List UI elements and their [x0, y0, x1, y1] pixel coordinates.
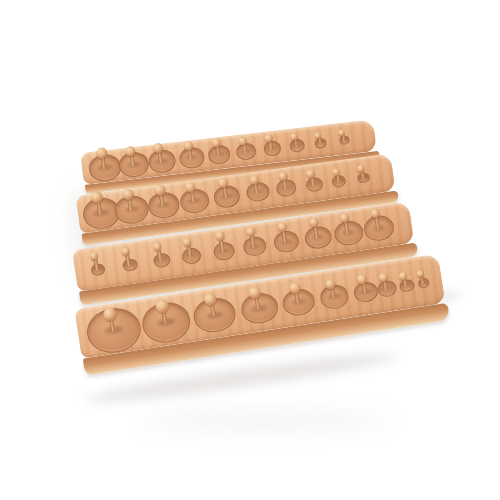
knob-stem	[158, 151, 163, 162]
knob-shadow	[155, 158, 169, 165]
knob-stem	[313, 225, 318, 238]
knob-shadow	[220, 192, 234, 199]
knob-stem	[157, 249, 162, 261]
cylinder-top	[178, 146, 205, 170]
knob-stem	[96, 202, 102, 215]
cylinder-top	[118, 151, 151, 179]
product-photo	[0, 0, 500, 500]
knob-shadow	[308, 181, 319, 186]
cylinder-top	[362, 214, 395, 243]
cylinder-top	[263, 141, 282, 157]
cylinder-top	[339, 135, 350, 145]
knob-ball	[217, 177, 228, 188]
knob-ball	[290, 133, 298, 141]
knob-stem	[210, 304, 216, 317]
knob-ball	[314, 132, 321, 139]
cylinder-top	[357, 172, 370, 184]
cylinder-top	[146, 190, 180, 220]
knob-shadow	[292, 143, 302, 148]
cylinder-top	[303, 224, 333, 250]
knob-ball	[264, 134, 273, 143]
knob-ball	[153, 184, 165, 196]
knob-stem	[216, 146, 221, 156]
knob-shadow	[92, 266, 103, 272]
knob-stem	[375, 217, 380, 230]
knob-ball	[211, 138, 221, 148]
knob-stem	[254, 297, 260, 310]
cylinder-top	[84, 304, 144, 356]
knob-shadow	[316, 140, 324, 144]
knob-ball	[214, 231, 224, 241]
knob-shadow	[217, 248, 230, 254]
cylinder-top	[147, 149, 176, 174]
cylinder-top	[353, 280, 380, 303]
knob-ball	[378, 273, 388, 283]
knob-ball	[153, 242, 162, 251]
knob-stem	[94, 259, 99, 271]
knob-stem	[344, 221, 349, 234]
cylinder-top	[275, 179, 297, 198]
knob-stem	[188, 149, 193, 159]
knob-stem	[293, 139, 297, 147]
knob-shadow	[359, 175, 369, 180]
knob-ball	[370, 208, 380, 218]
knob-ball	[249, 175, 259, 185]
knob-ball	[102, 307, 117, 322]
cylinder-top	[180, 247, 201, 266]
knob-ball	[183, 238, 192, 247]
knob-ball	[203, 293, 217, 307]
knob-shadow	[334, 178, 344, 183]
knob-ball	[121, 188, 133, 200]
knob-shadow	[156, 201, 171, 208]
knob-ball	[238, 137, 247, 146]
knob-stem	[187, 245, 192, 257]
knob-shadow	[97, 164, 112, 171]
knob-shadow	[206, 311, 223, 319]
knob-ball	[308, 217, 318, 227]
cylinder-top	[90, 263, 106, 277]
knob-ball	[306, 169, 315, 178]
knob-ball	[338, 129, 345, 136]
knob-shadow	[105, 326, 123, 335]
cylinder-top	[140, 299, 193, 346]
knob-shadow	[373, 225, 386, 231]
knob-stem	[250, 235, 255, 248]
cylinder-top	[191, 295, 238, 336]
knob-stem	[109, 319, 116, 332]
knob-stem	[161, 311, 168, 324]
cylinder-top	[152, 252, 171, 269]
knob-ball	[278, 171, 288, 181]
knob-ball	[245, 227, 255, 237]
knob-shadow	[240, 148, 251, 153]
knob-ball	[95, 147, 107, 159]
cylinder-top	[272, 230, 300, 254]
knob-shadow	[93, 209, 110, 217]
cylinder-top	[235, 142, 257, 161]
cylinder-top	[398, 278, 415, 293]
knob-shadow	[251, 304, 268, 312]
knob-shadow	[187, 197, 201, 204]
knob-stem	[254, 183, 259, 193]
knob-stem	[383, 281, 388, 290]
knob-stem	[159, 194, 165, 206]
knob-ball	[325, 279, 336, 290]
cylinder-top	[376, 279, 397, 298]
knob-ball	[332, 168, 340, 176]
knob-ball	[125, 145, 136, 156]
knob-stem	[282, 230, 287, 243]
knob-ball	[288, 282, 301, 295]
knob-stem	[223, 186, 228, 197]
knob-shadow	[340, 138, 348, 142]
knob-ball	[185, 182, 196, 193]
knob-stem	[360, 171, 364, 179]
cylinder-top	[417, 278, 429, 289]
knob-ball	[416, 270, 424, 278]
knob-ball	[154, 299, 169, 314]
knob-ball	[89, 251, 98, 260]
cylinder-top	[121, 258, 138, 273]
knob-shadow	[342, 229, 355, 235]
knob-stem	[126, 254, 131, 266]
knob-ball	[356, 274, 367, 285]
knob-ball	[183, 141, 193, 151]
cylinder-top	[212, 184, 241, 209]
knob-stem	[341, 134, 345, 141]
cylinder-top	[242, 236, 268, 258]
knob-shadow	[311, 234, 324, 240]
knob-stem	[101, 157, 107, 169]
knob-stem	[243, 144, 247, 153]
knob-stem	[190, 191, 195, 202]
knob-shadow	[248, 243, 261, 249]
knob-stem	[362, 283, 367, 293]
cast-shadow	[140, 412, 390, 430]
cylinder-top	[289, 139, 305, 153]
knob-stem	[282, 179, 287, 189]
cylinder-top	[245, 181, 270, 203]
knob-ball	[356, 165, 364, 173]
knob-shadow	[127, 161, 141, 168]
cylinder-top	[305, 176, 324, 192]
knob-shadow	[157, 318, 175, 327]
knob-stem	[403, 279, 407, 287]
knob-shadow	[124, 205, 139, 212]
cylinder-top	[239, 290, 280, 326]
cylinder-top	[281, 287, 317, 318]
cylinder-top	[81, 196, 122, 231]
cylinder-top	[113, 193, 151, 226]
knob-ball	[153, 142, 164, 153]
knob-shadow	[401, 282, 412, 288]
cylinder-top	[332, 219, 364, 247]
knob-stem	[335, 174, 339, 182]
knob-stem	[317, 137, 321, 144]
knob-shadow	[359, 288, 373, 295]
knob-ball	[248, 286, 262, 300]
knob-stem	[294, 292, 300, 304]
knob-stem	[130, 155, 135, 166]
knob-shadow	[266, 145, 277, 150]
knob-stem	[219, 239, 224, 252]
knob-shadow	[213, 151, 226, 157]
knob-ball	[121, 247, 130, 256]
cylinder-top	[212, 241, 235, 261]
cylinder-top	[88, 153, 123, 183]
knob-shadow	[251, 189, 264, 195]
knob-stem	[420, 276, 424, 284]
cylinder-top	[178, 187, 210, 215]
knob-stem	[127, 198, 133, 210]
knob-stem	[330, 288, 335, 298]
knob-shadow	[280, 185, 293, 191]
knob-shadow	[418, 280, 428, 285]
cylinder-top	[314, 137, 327, 148]
knob-shadow	[185, 154, 198, 160]
knob-shadow	[380, 285, 393, 291]
knob-stem	[268, 141, 272, 150]
knob-ball	[277, 222, 287, 232]
knob-ball	[398, 272, 407, 281]
knob-ball	[339, 213, 349, 223]
knob-shadow	[185, 253, 196, 259]
knob-shadow	[327, 293, 341, 300]
knob-shadow	[280, 238, 293, 244]
cylinder-top	[331, 174, 346, 188]
knob-stem	[310, 176, 314, 185]
cylinder-top	[207, 144, 231, 165]
knob-shadow	[291, 298, 307, 306]
knob-shadow	[124, 262, 135, 268]
cylinder-top	[319, 283, 350, 310]
knob-shadow	[156, 257, 167, 263]
